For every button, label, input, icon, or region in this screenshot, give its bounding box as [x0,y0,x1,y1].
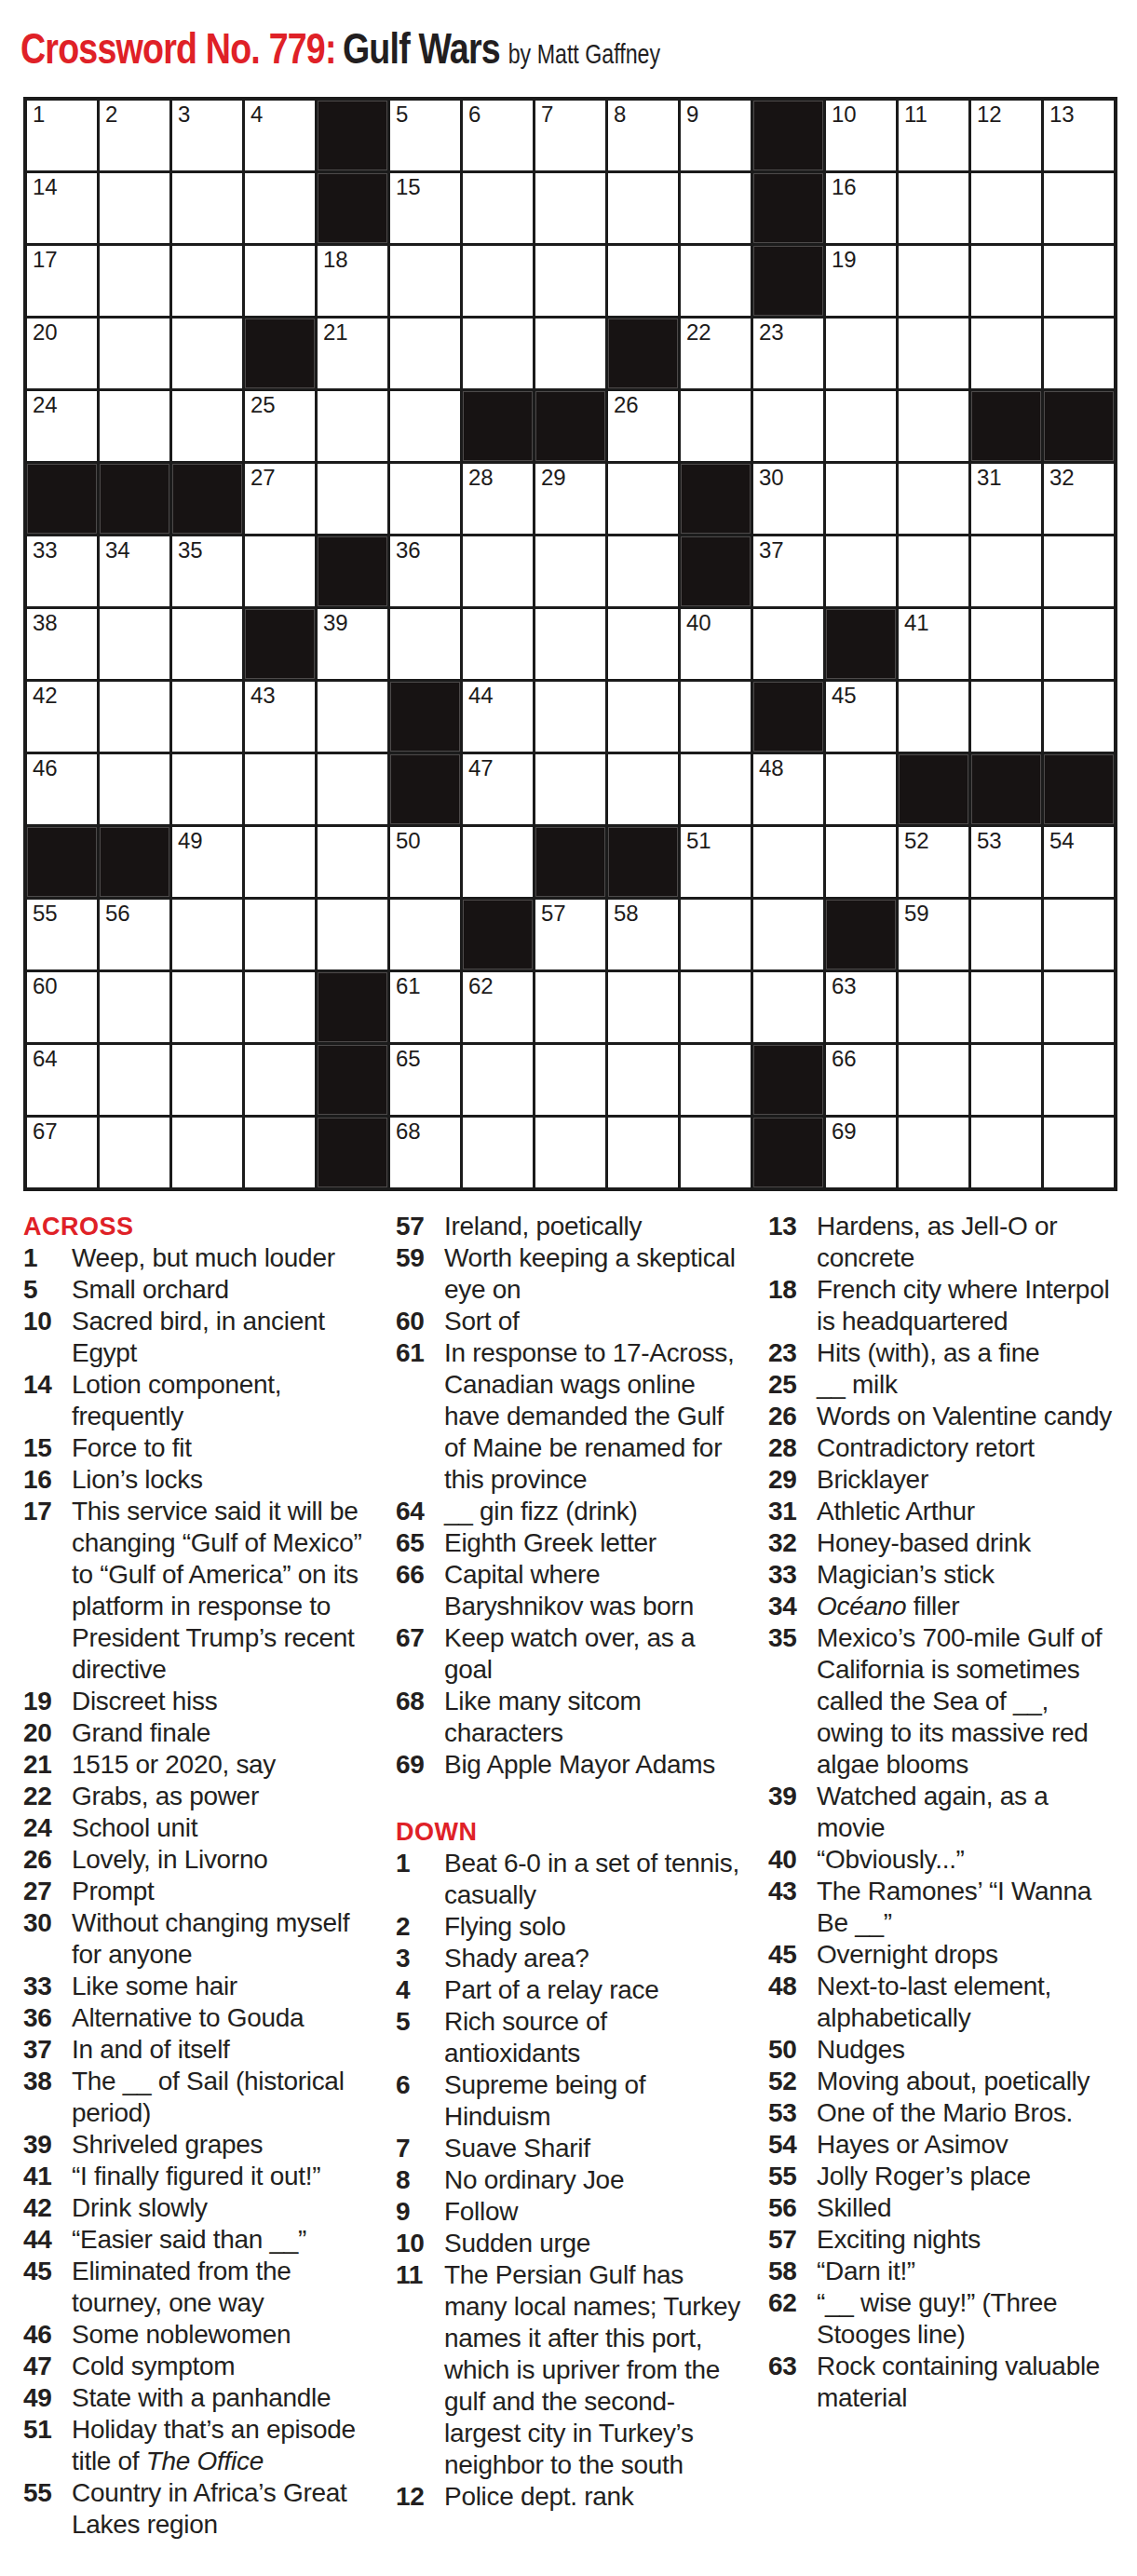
cell-r14c15[interactable] [1044,1045,1114,1115]
cell-r11c15[interactable]: 54 [1044,827,1114,897]
cell-r6c13[interactable] [899,464,968,534]
cell-r11c3[interactable]: 49 [172,827,242,897]
cell-r10c10[interactable] [681,754,751,824]
clue-number: 39 [768,1781,817,1844]
cell-number: 28 [468,467,494,489]
cell-number: 13 [1049,103,1075,126]
cell-r10c1[interactable]: 46 [27,754,97,824]
clue-text: Moving about, poetically [817,2066,1117,2097]
cell-r13c9[interactable] [608,972,678,1042]
cell-number: 39 [323,612,348,634]
cell-r5c9[interactable]: 26 [608,391,678,461]
cell-r2c6[interactable]: 15 [390,173,460,243]
cell-r1c6[interactable]: 5 [390,101,460,170]
cell-r15c13[interactable] [899,1118,968,1187]
cell-r13c10[interactable] [681,972,751,1042]
cell-r15c1[interactable]: 67 [27,1118,97,1187]
cell-r15c15[interactable] [1044,1118,1114,1187]
clue-number: 66 [396,1559,444,1622]
cell-r8c3[interactable] [172,609,242,679]
clue-number: 22 [23,1781,72,1812]
cell-r8c2[interactable] [100,609,169,679]
clue-down-55: 55Jolly Roger’s place [768,2161,1117,2192]
cell-r5c2[interactable] [100,391,169,461]
clue-text: Overnight drops [817,1939,1117,1971]
cell-r8c6[interactable] [390,609,460,679]
cell-r11c6[interactable]: 50 [390,827,460,897]
cell-number: 65 [396,1048,421,1070]
cell-r2c4[interactable] [245,173,315,243]
cell-r14c4[interactable] [245,1045,315,1115]
cell-r7c2[interactable]: 34 [100,536,169,606]
cell-r14c7[interactable] [463,1045,533,1115]
cell-r7c14[interactable] [971,536,1041,606]
cell-r4c5[interactable]: 21 [318,319,387,388]
cell-r12c5[interactable] [318,900,387,969]
cell-r13c3[interactable] [172,972,242,1042]
clue-number: 18 [768,1274,817,1337]
clue-text: Eighth Greek letter [444,1527,745,1559]
cell-r5c11[interactable] [753,391,823,461]
cell-r12c6[interactable] [390,900,460,969]
cell-r10c11[interactable]: 48 [753,754,823,824]
clue-text: Exciting nights [817,2224,1117,2256]
cell-r10c8[interactable] [535,754,605,824]
cell-r2c15[interactable] [1044,173,1114,243]
cell-r13c11[interactable] [753,972,823,1042]
cell-r10c3[interactable] [172,754,242,824]
clue-down-56: 56Skilled [768,2192,1117,2224]
clue-down-33: 33Magician’s stick [768,1559,1117,1591]
cell-r5c4[interactable]: 25 [245,391,315,461]
cell-r6c9[interactable] [608,464,678,534]
cell-r5c12[interactable] [826,391,896,461]
cell-r1c9[interactable]: 8 [608,101,678,170]
cell-r13c13[interactable] [899,972,968,1042]
cell-r6c5[interactable] [318,464,387,534]
cell-r11c10[interactable]: 51 [681,827,751,897]
cell-r4c7[interactable] [463,319,533,388]
cell-number: 38 [33,612,58,634]
black-cell-r13c5 [318,972,387,1042]
cell-r8c9[interactable] [608,609,678,679]
cell-r1c15[interactable]: 13 [1044,101,1114,170]
clue-across-42: 42Drink slowly [23,2192,372,2224]
cell-r8c1[interactable]: 38 [27,609,97,679]
clue-text: Supreme being of Hinduism [444,2069,745,2133]
cell-r14c2[interactable] [100,1045,169,1115]
cell-r14c14[interactable] [971,1045,1041,1115]
cell-r4c11[interactable]: 23 [753,319,823,388]
cell-r9c14[interactable] [971,682,1041,752]
cell-r3c8[interactable] [535,246,605,316]
cell-r5c10[interactable] [681,391,751,461]
black-cell-r12c7 [463,900,533,969]
cell-r7c3[interactable]: 35 [172,536,242,606]
cell-r9c7[interactable]: 44 [463,682,533,752]
cell-number: 55 [33,902,58,925]
cell-r15c6[interactable]: 68 [390,1118,460,1187]
cell-r5c6[interactable] [390,391,460,461]
cell-number: 23 [759,321,784,344]
cell-r3c3[interactable] [172,246,242,316]
cell-r7c9[interactable] [608,536,678,606]
cell-r11c14[interactable]: 53 [971,827,1041,897]
clue-down-11: 11The Persian Gulf has many local names;… [396,2259,745,2481]
clue-number: 47 [23,2351,72,2382]
clue-down-1: 1Beat 6-0 in a set of tennis, casually [396,1848,745,1911]
cell-r3c1[interactable]: 17 [27,246,97,316]
clue-number: 41 [23,2161,72,2192]
black-cell-r3c11 [753,246,823,316]
cell-r13c6[interactable]: 61 [390,972,460,1042]
cell-r2c7[interactable] [463,173,533,243]
clue-down-43: 43The Ramones’ “I Wanna Be __” [768,1876,1117,1939]
clue-text: Small orchard [72,1274,372,1306]
cell-r4c1[interactable]: 20 [27,319,97,388]
cell-r8c7[interactable] [463,609,533,679]
black-cell-r5c14 [971,391,1041,461]
clue-text: Beat 6-0 in a set of tennis, casually [444,1848,745,1911]
cell-r9c3[interactable] [172,682,242,752]
cell-r5c3[interactable] [172,391,242,461]
cell-r4c10[interactable]: 22 [681,319,751,388]
cell-r4c3[interactable] [172,319,242,388]
clue-text: Hits (with), as a fine [817,1337,1117,1369]
cell-r8c11[interactable] [753,609,823,679]
cell-r7c1[interactable]: 33 [27,536,97,606]
cell-r9c13[interactable] [899,682,968,752]
cell-r13c14[interactable] [971,972,1041,1042]
title-byline: by Matt Gaffney [508,39,660,69]
cell-r2c8[interactable] [535,173,605,243]
clue-down-50: 50Nudges [768,2034,1117,2066]
clue-text: In response to 17-Across, Canadian wags … [444,1337,745,1496]
cell-r8c5[interactable]: 39 [318,609,387,679]
cell-r13c4[interactable] [245,972,315,1042]
clue-across-39: 39Shriveled grapes [23,2129,372,2161]
cell-r13c8[interactable] [535,972,605,1042]
cell-r8c15[interactable] [1044,609,1114,679]
cell-r1c13[interactable]: 11 [899,101,968,170]
cell-r3c5[interactable]: 18 [318,246,387,316]
cell-r12c10[interactable] [681,900,751,969]
cell-r4c13[interactable] [899,319,968,388]
cell-number: 67 [33,1120,58,1143]
clue-number: 43 [768,1876,817,1939]
cell-r1c4[interactable]: 4 [245,101,315,170]
cell-r2c10[interactable] [681,173,751,243]
cell-r7c6[interactable]: 36 [390,536,460,606]
cell-r11c11[interactable] [753,827,823,897]
cell-r10c4[interactable] [245,754,315,824]
cell-r3c7[interactable] [463,246,533,316]
clue-number: 40 [768,1844,817,1876]
cell-r7c12[interactable] [826,536,896,606]
cell-r2c1[interactable]: 14 [27,173,97,243]
cell-r15c7[interactable] [463,1118,533,1187]
cell-r11c7[interactable] [463,827,533,897]
cell-r6c6[interactable] [390,464,460,534]
clue-text: Weep, but much louder [72,1242,372,1274]
cell-r9c2[interactable] [100,682,169,752]
cell-r10c12[interactable] [826,754,896,824]
cell-r12c15[interactable] [1044,900,1114,969]
black-cell-r15c5 [318,1118,387,1187]
clue-number: 67 [396,1622,444,1686]
clue-number: 58 [768,2256,817,2287]
cell-number: 18 [323,249,348,271]
clue-column-3: 13Hardens, as Jell-O or concrete18French… [768,1211,1117,2414]
clue-number: 5 [396,2006,444,2069]
clue-text: “__ wise guy!” (Three Stooges line) [817,2287,1117,2351]
cell-r1c2[interactable]: 2 [100,101,169,170]
clue-text: Ireland, poetically [444,1211,745,1242]
cell-r8c10[interactable]: 40 [681,609,751,679]
clue-number: 45 [23,2256,72,2319]
cell-r14c12[interactable]: 66 [826,1045,896,1115]
cell-r14c6[interactable]: 65 [390,1045,460,1115]
clue-number: 39 [23,2129,72,2161]
cell-r2c14[interactable] [971,173,1041,243]
clue-text: Shriveled grapes [72,2129,372,2161]
clue-number: 3 [396,1943,444,1974]
cell-r4c14[interactable] [971,319,1041,388]
clue-down-32: 32Honey-based drink [768,1527,1117,1559]
cell-number: 22 [686,321,711,344]
cell-r1c3[interactable]: 3 [172,101,242,170]
cell-r7c4[interactable] [245,536,315,606]
cell-r15c10[interactable] [681,1118,751,1187]
clue-number: 61 [396,1337,444,1496]
cell-r3c15[interactable] [1044,246,1114,316]
cell-number: 46 [33,757,58,780]
clue-text: Worth keeping a skeptical eye on [444,1242,745,1306]
cell-r5c13[interactable] [899,391,968,461]
cell-number: 20 [33,321,58,344]
clue-down-29: 29Bricklayer [768,1464,1117,1496]
clue-across-60: 60Sort of [396,1306,745,1337]
black-cell-r5c15 [1044,391,1114,461]
cell-r12c9[interactable]: 58 [608,900,678,969]
cell-r14c8[interactable] [535,1045,605,1115]
cell-r14c10[interactable] [681,1045,751,1115]
black-cell-r11c2 [100,827,169,897]
cell-r2c13[interactable] [899,173,968,243]
clue-across-51: 51Holiday that’s an episode title of The… [23,2414,372,2477]
cell-r10c7[interactable]: 47 [463,754,533,824]
cell-r9c4[interactable]: 43 [245,682,315,752]
cell-r15c9[interactable] [608,1118,678,1187]
cell-r13c7[interactable]: 62 [463,972,533,1042]
cell-r1c7[interactable]: 6 [463,101,533,170]
cell-r1c14[interactable]: 12 [971,101,1041,170]
cell-r2c3[interactable] [172,173,242,243]
cell-r14c13[interactable] [899,1045,968,1115]
cell-number: 42 [33,685,58,707]
cell-r3c10[interactable] [681,246,751,316]
cell-r3c6[interactable] [390,246,460,316]
cell-r15c4[interactable] [245,1118,315,1187]
cell-r14c3[interactable] [172,1045,242,1115]
clue-down-57: 57Exciting nights [768,2224,1117,2256]
cell-r9c15[interactable] [1044,682,1114,752]
cell-r12c4[interactable] [245,900,315,969]
cell-r6c14[interactable]: 31 [971,464,1041,534]
cell-r2c9[interactable] [608,173,678,243]
clue-number: 16 [23,1464,72,1496]
cell-r6c7[interactable]: 28 [463,464,533,534]
cell-r13c2[interactable] [100,972,169,1042]
cell-r1c1[interactable]: 1 [27,101,97,170]
cell-r3c9[interactable] [608,246,678,316]
black-cell-r15c11 [753,1118,823,1187]
clue-number: 20 [23,1717,72,1749]
clue-number: 59 [396,1242,444,1306]
clue-number: 52 [768,2066,817,2097]
clue-across-21: 211515 or 2020, say [23,1749,372,1781]
cell-r7c11[interactable]: 37 [753,536,823,606]
page-title: Crossword No. 779:Gulf Warsby Matt Gaffn… [20,22,660,74]
cell-r3c13[interactable] [899,246,968,316]
cell-r2c12[interactable]: 16 [826,173,896,243]
cell-r3c2[interactable] [100,246,169,316]
cell-r11c13[interactable]: 52 [899,827,968,897]
clue-across-1: 1Weep, but much louder [23,1242,372,1274]
cell-r4c12[interactable] [826,319,896,388]
clue-across-49: 49State with a panhandle [23,2382,372,2414]
cell-r8c8[interactable] [535,609,605,679]
black-cell-r12c12 [826,900,896,969]
cell-r11c12[interactable] [826,827,896,897]
cell-r5c1[interactable]: 24 [27,391,97,461]
cell-r3c12[interactable]: 19 [826,246,896,316]
cell-r4c15[interactable] [1044,319,1114,388]
cell-r9c5[interactable] [318,682,387,752]
cell-number: 29 [541,467,566,489]
cell-r12c8[interactable]: 57 [535,900,605,969]
cell-r1c10[interactable]: 9 [681,101,751,170]
cell-r6c4[interactable]: 27 [245,464,315,534]
cell-r9c9[interactable] [608,682,678,752]
clue-text: French city where Interpol is headquarte… [817,1274,1117,1337]
cell-r11c4[interactable] [245,827,315,897]
cell-number: 45 [832,685,857,707]
cell-number: 41 [904,612,929,634]
cell-r7c15[interactable] [1044,536,1114,606]
cell-r6c11[interactable]: 30 [753,464,823,534]
clues-heading-down: DOWN [396,1816,745,1848]
cell-r14c1[interactable]: 64 [27,1045,97,1115]
clue-text: This service said it will be changing “G… [72,1496,372,1686]
cell-number: 62 [468,975,494,997]
cell-r6c15[interactable]: 32 [1044,464,1114,534]
cell-r15c14[interactable] [971,1118,1041,1187]
cell-r15c3[interactable] [172,1118,242,1187]
cell-r7c13[interactable] [899,536,968,606]
cell-number: 7 [541,103,553,126]
clue-down-13: 13Hardens, as Jell-O or concrete [768,1211,1117,1274]
cell-r6c8[interactable]: 29 [535,464,605,534]
cell-r3c14[interactable] [971,246,1041,316]
cell-r12c13[interactable]: 59 [899,900,968,969]
cell-r13c15[interactable] [1044,972,1114,1042]
cell-r4c2[interactable] [100,319,169,388]
cell-r12c1[interactable]: 55 [27,900,97,969]
clue-text: Suave Sharif [444,2133,745,2164]
black-cell-r10c13 [899,754,968,824]
cell-r9c8[interactable] [535,682,605,752]
clue-down-3: 3Shady area? [396,1943,745,1974]
cell-r13c1[interactable]: 60 [27,972,97,1042]
clue-text: One of the Mario Bros. [817,2097,1117,2129]
clue-across-66: 66Capital where Baryshnikov was born [396,1559,745,1622]
cell-r7c8[interactable] [535,536,605,606]
clue-number: 68 [396,1686,444,1749]
cell-r9c1[interactable]: 42 [27,682,97,752]
clue-across-5: 5Small orchard [23,1274,372,1306]
clue-down-7: 7Suave Sharif [396,2133,745,2164]
cell-r10c2[interactable] [100,754,169,824]
cell-r2c2[interactable] [100,173,169,243]
clues-section: ACROSS1Weep, but much louder5Small orcha… [23,1211,1117,2541]
cell-r3c4[interactable] [245,246,315,316]
cell-r5c5[interactable] [318,391,387,461]
clue-text: Watched again, as a movie [817,1781,1117,1844]
cell-r6c12[interactable] [826,464,896,534]
cell-number: 30 [759,467,784,489]
clue-text: School unit [72,1812,372,1844]
cell-r15c12[interactable]: 69 [826,1118,896,1187]
clue-text: Skilled [817,2192,1117,2224]
cell-r9c12[interactable]: 45 [826,682,896,752]
clue-number: 10 [23,1306,72,1369]
cell-r10c9[interactable] [608,754,678,824]
cell-r11c5[interactable] [318,827,387,897]
cell-r8c14[interactable] [971,609,1041,679]
clue-number: 42 [23,2192,72,2224]
cell-r7c7[interactable] [463,536,533,606]
clue-text: Big Apple Mayor Adams [444,1749,745,1781]
clue-number: 2 [396,1911,444,1943]
cell-r12c11[interactable] [753,900,823,969]
cell-r15c2[interactable] [100,1118,169,1187]
clue-down-26: 26Words on Valentine candy [768,1401,1117,1432]
clue-text: Mexico’s 700-mile Gulf of California is … [817,1622,1117,1781]
cell-r12c14[interactable] [971,900,1041,969]
clue-down-48: 48Next-to-last element, alphabetically [768,1971,1117,2034]
cell-r1c12[interactable]: 10 [826,101,896,170]
cell-r15c8[interactable] [535,1118,605,1187]
cell-r12c3[interactable] [172,900,242,969]
cell-r12c2[interactable]: 56 [100,900,169,969]
clue-across-14: 14Lotion component, frequently [23,1369,372,1432]
cell-r4c6[interactable] [390,319,460,388]
clue-number: 53 [768,2097,817,2129]
clues-heading-across: ACROSS [23,1211,372,1242]
cell-number: 54 [1049,830,1075,852]
cell-r13c12[interactable]: 63 [826,972,896,1042]
cell-r14c9[interactable] [608,1045,678,1115]
clue-text: Bricklayer [817,1464,1117,1496]
clue-number: 21 [23,1749,72,1781]
cell-r4c8[interactable] [535,319,605,388]
cell-r9c10[interactable] [681,682,751,752]
clue-number: 55 [23,2477,72,2541]
cell-r10c5[interactable] [318,754,387,824]
cell-r1c8[interactable]: 7 [535,101,605,170]
cell-r8c13[interactable]: 41 [899,609,968,679]
